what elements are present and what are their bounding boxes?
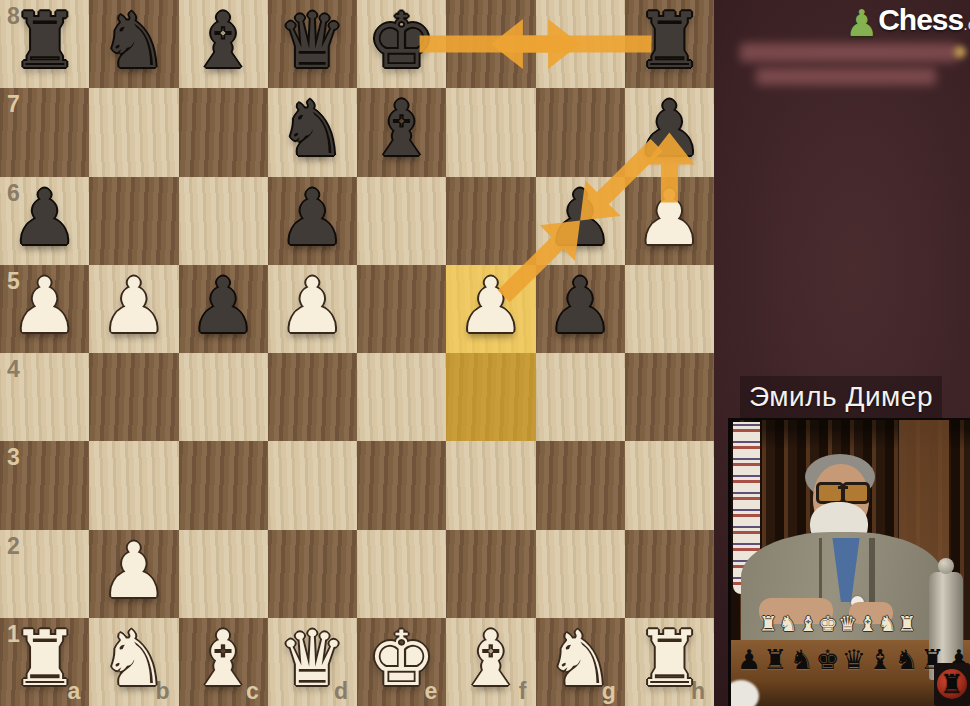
watermark-rook-icon: ♜ [934,669,970,699]
square-c4[interactable] [179,353,268,441]
square-b4[interactable] [89,353,178,441]
square-f4[interactable] [446,353,535,441]
square-e6[interactable] [357,177,446,265]
square-b7[interactable] [89,88,178,176]
square-e5[interactable] [357,265,446,353]
square-g1[interactable]: g♞ [536,618,625,706]
black-pawn-h7[interactable]: ♟ [625,85,714,173]
square-f7[interactable] [446,88,535,176]
square-b5[interactable]: ♟ [89,265,178,353]
square-b8[interactable]: ♞ [89,0,178,88]
square-e2[interactable] [357,530,446,618]
black-pawn-d6[interactable]: ♟ [268,174,357,262]
blurred-emoji [954,46,966,58]
caption-band: Эмиль Димер [740,376,942,420]
black-pawn-g5[interactable]: ♟ [536,262,625,350]
square-d2[interactable] [268,530,357,618]
blurred-caption-line [740,43,958,62]
square-c2[interactable] [179,530,268,618]
rank-label-2: 2 [7,533,20,560]
square-h5[interactable] [625,265,714,353]
black-rook-a8[interactable]: ♜ [0,0,89,85]
rank-label-4: 4 [7,356,20,383]
square-d4[interactable] [268,353,357,441]
side-panel: ♟Chess.com Эмиль Димер ♜♞♝♚♛♝♞♜ ♟♜♞♚♛♝♞♜… [714,0,970,706]
square-d6[interactable]: ♟ [268,177,357,265]
square-c6[interactable] [179,177,268,265]
white-pawn-h6[interactable]: ♟ [625,174,714,262]
photo-white-pieces: ♜♞♝♚♛♝♞♜ [759,612,949,636]
square-h3[interactable] [625,441,714,529]
black-bishop-c8[interactable]: ♝ [179,0,268,85]
white-bishop-c1[interactable]: ♝ [179,615,268,703]
square-c1[interactable]: c♝ [179,618,268,706]
square-b2[interactable]: ♟ [89,530,178,618]
white-pawn-f5[interactable]: ♟ [446,262,535,350]
blurred-caption-line [756,68,936,85]
square-e1[interactable]: e♚ [357,618,446,706]
square-g5[interactable]: ♟ [536,265,625,353]
white-pawn-b2[interactable]: ♟ [89,527,178,615]
emil-diemer-photo: ♜♞♝♚♛♝♞♜ ♟♜♞♚♛♝♞♜♟ [728,418,970,706]
square-h2[interactable] [625,530,714,618]
square-g4[interactable] [536,353,625,441]
white-rook-h1[interactable]: ♜ [625,615,714,703]
black-rook-h8[interactable]: ♜ [625,0,714,85]
square-e4[interactable] [357,353,446,441]
square-f2[interactable] [446,530,535,618]
white-king-e1[interactable]: ♚ [357,615,446,703]
black-bishop-e7[interactable]: ♝ [357,85,446,173]
black-knight-d7[interactable]: ♞ [268,85,357,173]
square-a4[interactable]: 4 [0,353,89,441]
highlight-f4 [446,353,535,441]
square-h7[interactable]: ♟ [625,88,714,176]
black-pawn-g6[interactable]: ♟ [536,174,625,262]
square-c7[interactable] [179,88,268,176]
square-h8[interactable]: ♜ [625,0,714,88]
square-f6[interactable] [446,177,535,265]
black-pawn-a6[interactable]: ♟ [0,174,89,262]
chesscom-pawn-icon: ♟ [845,2,878,45]
video-frame: { "game": "chess", "app": { "brand_icon_… [0,0,970,706]
square-b6[interactable] [89,177,178,265]
square-a3[interactable]: 3 [0,441,89,529]
square-a1[interactable]: 1a♜ [0,618,89,706]
white-knight-b1[interactable]: ♞ [89,615,178,703]
black-pawn-c5[interactable]: ♟ [179,262,268,350]
square-e7[interactable]: ♝ [357,88,446,176]
square-d3[interactable] [268,441,357,529]
square-g6[interactable]: ♟ [536,177,625,265]
square-d8[interactable]: ♛ [268,0,357,88]
square-g2[interactable] [536,530,625,618]
square-d1[interactable]: d♛ [268,618,357,706]
black-king-e8[interactable]: ♚ [357,0,446,85]
square-d5[interactable]: ♟ [268,265,357,353]
square-h6[interactable]: ♟ [625,177,714,265]
brand-suffix: .com [963,16,970,33]
white-pawn-b5[interactable]: ♟ [89,262,178,350]
square-f3[interactable] [446,441,535,529]
square-d7[interactable]: ♞ [268,88,357,176]
brand-text: Chess [878,3,963,36]
square-g8[interactable] [536,0,625,88]
square-f8[interactable] [446,0,535,88]
rank-label-7: 7 [7,91,20,118]
black-knight-b8[interactable]: ♞ [89,0,178,85]
rank-label-3: 3 [7,444,20,471]
square-g7[interactable] [536,88,625,176]
square-a2[interactable]: 2 [0,530,89,618]
square-c5[interactable]: ♟ [179,265,268,353]
channel-watermark: ♜ [934,663,970,706]
square-b3[interactable] [89,441,178,529]
square-a8[interactable]: 8♜ [0,0,89,88]
square-c8[interactable]: ♝ [179,0,268,88]
white-pawn-a5[interactable]: ♟ [0,262,89,350]
chess-board[interactable]: 8♜♞♝♛♚♜7♞♝♟6♟♟♟♟5♟♟♟♟♟♟432♟1a♜b♞c♝d♛e♚f♝… [0,0,714,706]
chesscom-logo[interactable]: ♟Chess.com [845,2,970,48]
square-g3[interactable] [536,441,625,529]
square-f1[interactable]: f♝ [446,618,535,706]
square-f5[interactable]: ♟ [446,265,535,353]
square-a6[interactable]: 6♟ [0,177,89,265]
white-rook-a1[interactable]: ♜ [0,615,89,703]
square-a7[interactable]: 7 [0,88,89,176]
white-bishop-f1[interactable]: ♝ [446,615,535,703]
square-c3[interactable] [179,441,268,529]
square-h4[interactable] [625,353,714,441]
black-queen-d8[interactable]: ♛ [268,0,357,85]
white-knight-g1[interactable]: ♞ [536,615,625,703]
glasses-icon [816,482,870,500]
square-e8[interactable]: ♚ [357,0,446,88]
square-a5[interactable]: 5♟ [0,265,89,353]
photo-caption: Эмиль Димер [740,381,942,413]
square-e3[interactable] [357,441,446,529]
square-b1[interactable]: b♞ [89,618,178,706]
square-h1[interactable]: h♜ [625,618,714,706]
white-queen-d1[interactable]: ♛ [268,615,357,703]
white-pawn-d5[interactable]: ♟ [268,262,357,350]
